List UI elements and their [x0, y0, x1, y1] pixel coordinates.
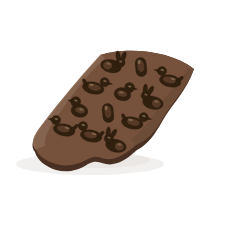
chocolate-mold-photo [0, 0, 228, 228]
cavity-egg-r3c2 [102, 103, 115, 123]
cavity-egg-r1c2 [135, 57, 148, 77]
product-photo [0, 0, 228, 228]
